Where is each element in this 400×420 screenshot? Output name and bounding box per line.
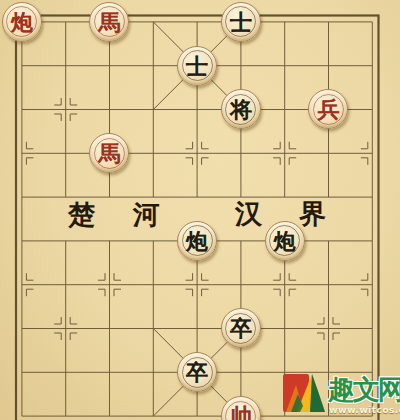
watermark-site-name: 趣文网	[328, 372, 400, 408]
xiangqi-board: 楚河 汉界 炮馬士士将兵馬炮炮卒卒帅 趣文网 www.witcos.com	[0, 0, 400, 420]
piece-character: 馬	[98, 143, 120, 165]
piece-black-advisor[interactable]: 士	[221, 2, 261, 42]
piece-character: 兵	[317, 99, 339, 121]
piece-black-soldier[interactable]: 卒	[177, 352, 217, 392]
piece-black-cannon[interactable]: 炮	[265, 221, 305, 261]
piece-red-cannon[interactable]: 炮	[2, 2, 42, 42]
piece-character: 士	[186, 55, 208, 77]
piece-red-general[interactable]: 帅	[221, 396, 261, 420]
piece-character: 炮	[11, 11, 33, 33]
piece-character: 馬	[98, 11, 120, 33]
piece-character: 卒	[186, 362, 208, 384]
piece-black-advisor[interactable]: 士	[177, 46, 217, 86]
piece-character: 帅	[230, 406, 252, 420]
piece-red-horse[interactable]: 馬	[89, 2, 129, 42]
board-grid: 炮馬士士将兵馬炮炮卒卒帅	[0, 0, 394, 420]
piece-black-general[interactable]: 将	[221, 89, 261, 129]
piece-red-soldier[interactable]: 兵	[308, 89, 348, 129]
piece-character: 炮	[274, 230, 296, 252]
site-watermark: 趣文网 www.witcos.com	[283, 371, 400, 417]
piece-character: 炮	[186, 230, 208, 252]
witcos-logo-icon	[283, 372, 327, 414]
piece-character: 将	[230, 99, 252, 121]
piece-black-cannon[interactable]: 炮	[177, 221, 217, 261]
piece-red-horse[interactable]: 馬	[89, 133, 129, 173]
watermark-site-url: www.witcos.com	[329, 404, 400, 415]
piece-black-soldier[interactable]: 卒	[221, 308, 261, 348]
piece-character: 士	[230, 11, 252, 33]
piece-character: 卒	[230, 318, 252, 340]
